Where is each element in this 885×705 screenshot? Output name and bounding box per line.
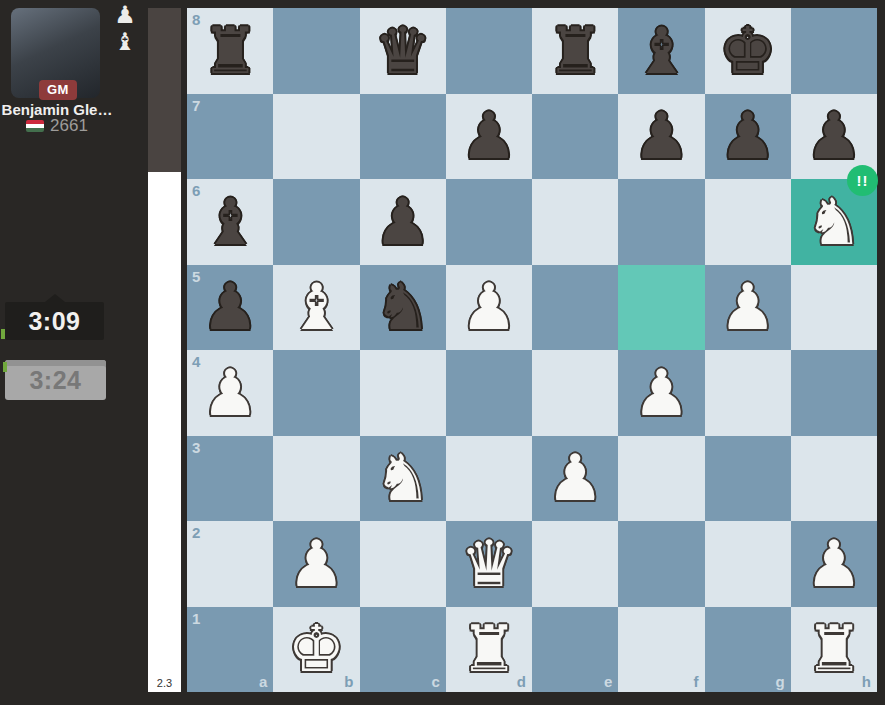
white-pawn: ♟ [273, 521, 359, 607]
black-king: ♚ [705, 8, 791, 94]
rank-label-5: 5 [192, 268, 200, 285]
player-top-title-badge: GM [39, 80, 77, 100]
square-f3[interactable] [618, 436, 704, 522]
rank-label-2: 2 [192, 524, 200, 541]
square-f2[interactable] [618, 521, 704, 607]
white-queen: ♛ [446, 521, 532, 607]
black-rook: ♜ [532, 8, 618, 94]
square-h2[interactable]: ♟ [791, 521, 877, 607]
rank-label-7: 7 [192, 97, 200, 114]
square-d4[interactable] [446, 350, 532, 436]
rank-label-4: 4 [192, 353, 200, 370]
square-f8[interactable]: ♝ [618, 8, 704, 94]
square-a7[interactable]: 7 [187, 94, 273, 180]
square-a3[interactable]: 3 [187, 436, 273, 522]
square-e7[interactable] [532, 94, 618, 180]
square-h4[interactable] [791, 350, 877, 436]
square-e3[interactable]: ♟ [532, 436, 618, 522]
square-b1[interactable]: b♚ [273, 607, 359, 693]
square-a2[interactable]: 2 [187, 521, 273, 607]
square-g3[interactable] [705, 436, 791, 522]
square-d5[interactable]: ♟ [446, 265, 532, 351]
black-knight: ♞ [360, 265, 446, 351]
black-queen: ♛ [360, 8, 446, 94]
black-pawn: ♟ [360, 179, 446, 265]
square-h8[interactable] [791, 8, 877, 94]
captured-piece-icon: ♝ [114, 29, 136, 56]
square-f4[interactable]: ♟ [618, 350, 704, 436]
square-e1[interactable]: e [532, 607, 618, 693]
square-a8[interactable]: 8♜ [187, 8, 273, 94]
white-knight: ♞ [360, 436, 446, 522]
white-bishop: ♝ [273, 265, 359, 351]
square-g2[interactable] [705, 521, 791, 607]
clock-black: 3:09 [5, 302, 104, 340]
square-c2[interactable] [360, 521, 446, 607]
square-f6[interactable] [618, 179, 704, 265]
file-label-c: c [431, 673, 439, 690]
eval-bar-black-portion [148, 8, 181, 172]
square-g6[interactable] [705, 179, 791, 265]
clock-white-time: 3:24 [29, 366, 81, 395]
square-d7[interactable]: ♟ [446, 94, 532, 180]
square-e4[interactable] [532, 350, 618, 436]
square-g4[interactable] [705, 350, 791, 436]
player-bottom-white: ♟♟♞ GM Parham Mag… 2674 +1 [0, 555, 148, 705]
file-label-g: g [776, 673, 785, 690]
black-pawn: ♟ [705, 94, 791, 180]
rank-label-8: 8 [192, 11, 200, 28]
player-top-black: ♟♝ GM Benjamin Gle… 2661 [0, 0, 148, 150]
rank-label-1: 1 [192, 610, 200, 627]
white-pawn: ♟ [791, 521, 877, 607]
white-pawn: ♟ [446, 265, 532, 351]
black-pawn: ♟ [618, 94, 704, 180]
square-c4[interactable] [360, 350, 446, 436]
white-pawn: ♟ [705, 265, 791, 351]
square-f1[interactable]: f [618, 607, 704, 693]
square-d8[interactable] [446, 8, 532, 94]
white-pawn: ♟ [532, 436, 618, 522]
square-g5[interactable]: ♟ [705, 265, 791, 351]
eval-value: 2.3 [148, 677, 181, 689]
square-b6[interactable] [273, 179, 359, 265]
square-c5[interactable]: ♞ [360, 265, 446, 351]
file-label-f: f [694, 673, 699, 690]
eval-bar: 2.3 [148, 8, 181, 692]
brilliant-move-badge: !! [847, 165, 878, 196]
rank-label-6: 6 [192, 182, 200, 199]
square-d1[interactable]: d♜ [446, 607, 532, 693]
hungary-flag-icon [26, 120, 44, 132]
clock-white: 3:24 [5, 360, 106, 400]
broadcast-sidebar: ♟♝ GM Benjamin Gle… 2661 3:09 3:24 ♟♟♞ G… [0, 0, 148, 705]
square-h6[interactable]: ♞!! [791, 179, 877, 265]
square-c7[interactable] [360, 94, 446, 180]
file-label-a: a [259, 673, 267, 690]
square-e2[interactable] [532, 521, 618, 607]
square-e5[interactable] [532, 265, 618, 351]
square-b3[interactable] [273, 436, 359, 522]
square-b2[interactable]: ♟ [273, 521, 359, 607]
black-pawn: ♟ [446, 94, 532, 180]
player-top-captured-pieces: ♟♝ [106, 2, 144, 56]
square-a4[interactable]: 4♟ [187, 350, 273, 436]
file-label-e: e [604, 673, 612, 690]
square-g8[interactable]: ♚ [705, 8, 791, 94]
square-e6[interactable] [532, 179, 618, 265]
clock-black-time: 3:09 [28, 307, 80, 336]
square-b7[interactable] [273, 94, 359, 180]
square-d2[interactable]: ♛ [446, 521, 532, 607]
file-label-b: b [344, 673, 353, 690]
square-b5[interactable]: ♝ [273, 265, 359, 351]
square-d3[interactable] [446, 436, 532, 522]
square-h3[interactable] [791, 436, 877, 522]
captured-piece-icon: ♟ [114, 2, 136, 29]
square-d6[interactable] [446, 179, 532, 265]
square-e8[interactable]: ♜ [532, 8, 618, 94]
square-a1[interactable]: 1a [187, 607, 273, 693]
square-f7[interactable]: ♟ [618, 94, 704, 180]
square-c6[interactable]: ♟ [360, 179, 446, 265]
square-a5[interactable]: 5♟ [187, 265, 273, 351]
file-label-h: h [862, 673, 871, 690]
player-top-rating: 2661 [50, 116, 88, 136]
square-g7[interactable]: ♟ [705, 94, 791, 180]
white-pawn: ♟ [618, 350, 704, 436]
square-f5[interactable] [618, 265, 704, 351]
square-b4[interactable] [273, 350, 359, 436]
square-c8[interactable]: ♛ [360, 8, 446, 94]
black-bishop: ♝ [618, 8, 704, 94]
square-c3[interactable]: ♞ [360, 436, 446, 522]
square-a6[interactable]: 6♝ [187, 179, 273, 265]
square-h1[interactable]: h♜ [791, 607, 877, 693]
chess-board: 8♜♛♜♝♚7♟♟♟♟6♝♟♞!!5♟♝♞♟♟4♟♟3♞♟2♟♛♟1ab♚cd♜… [187, 8, 877, 692]
rank-label-3: 3 [192, 439, 200, 456]
square-b8[interactable] [273, 8, 359, 94]
file-label-d: d [517, 673, 526, 690]
square-g1[interactable]: g [705, 607, 791, 693]
square-c1[interactable]: c [360, 607, 446, 693]
square-h5[interactable] [791, 265, 877, 351]
